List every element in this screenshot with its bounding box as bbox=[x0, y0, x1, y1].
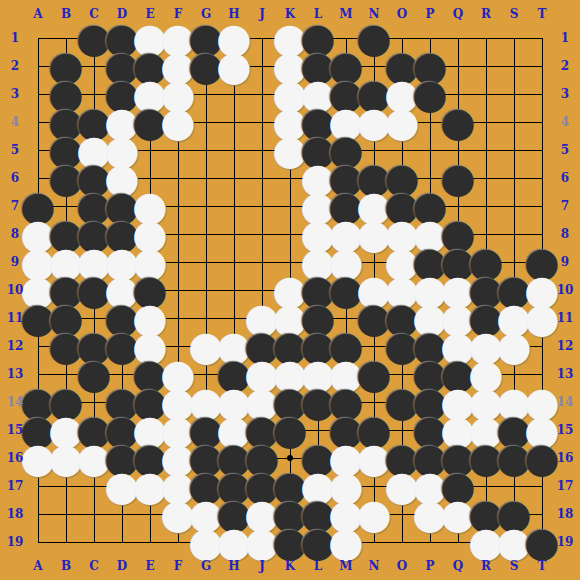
col-label-bottom-D: D bbox=[117, 559, 127, 573]
row-label-right-19: 19 bbox=[557, 535, 574, 549]
white-stone-O4[interactable]: ● bbox=[388, 108, 416, 136]
col-label-bottom-B: B bbox=[61, 559, 71, 573]
row-label-left-13: 13 bbox=[7, 367, 24, 381]
col-label-top-A: A bbox=[33, 7, 42, 21]
row-label-right-18: 18 bbox=[557, 507, 574, 521]
row-label-left-10: 10 bbox=[7, 283, 24, 297]
white-stone-F4[interactable]: ● bbox=[164, 108, 192, 136]
row-label-right-13: 13 bbox=[557, 367, 574, 381]
black-stone-T19[interactable]: ● bbox=[528, 528, 556, 556]
row-label-left-14: 14 bbox=[7, 395, 24, 409]
col-label-top-F: F bbox=[174, 7, 183, 21]
row-label-left-3: 3 bbox=[11, 87, 19, 101]
white-stone-H2[interactable]: ● bbox=[220, 52, 248, 80]
white-stone-M19[interactable]: ● bbox=[332, 528, 360, 556]
row-label-right-9: 9 bbox=[561, 255, 569, 269]
row-label-right-12: 12 bbox=[557, 339, 574, 353]
row-label-right-2: 2 bbox=[561, 59, 569, 73]
col-label-top-G: G bbox=[201, 7, 211, 21]
col-label-top-R: R bbox=[481, 7, 491, 21]
col-label-top-H: H bbox=[228, 7, 239, 21]
col-label-bottom-A: A bbox=[33, 559, 42, 573]
col-label-bottom-H: H bbox=[228, 559, 239, 573]
col-label-top-C: C bbox=[89, 7, 99, 21]
col-label-bottom-T: T bbox=[538, 559, 547, 573]
go-board[interactable]: ●●●●●●●●●●●●●●●●●●●●●●●●●●●●●●●●●●●●●●●●… bbox=[0, 0, 580, 580]
row-label-left-1: 1 bbox=[11, 31, 19, 45]
col-label-bottom-K: K bbox=[285, 559, 295, 573]
row-label-left-5: 5 bbox=[11, 143, 19, 157]
col-label-top-N: N bbox=[369, 7, 380, 21]
col-label-top-J: J bbox=[259, 7, 265, 21]
row-label-left-2: 2 bbox=[11, 59, 19, 73]
black-stone-Q6[interactable]: ● bbox=[444, 164, 472, 192]
col-label-bottom-S: S bbox=[510, 559, 519, 573]
col-label-bottom-O: O bbox=[397, 559, 407, 573]
row-label-right-17: 17 bbox=[557, 479, 574, 493]
row-label-left-7: 7 bbox=[11, 199, 19, 213]
star-point-K16 bbox=[287, 455, 293, 461]
col-label-bottom-P: P bbox=[425, 559, 434, 573]
row-label-left-16: 16 bbox=[7, 451, 24, 465]
row-label-right-14: 14 bbox=[557, 395, 574, 409]
row-label-right-6: 6 bbox=[561, 171, 569, 185]
col-label-top-E: E bbox=[145, 7, 154, 21]
col-label-bottom-E: E bbox=[145, 559, 154, 573]
col-label-bottom-R: R bbox=[481, 559, 491, 573]
row-label-left-9: 9 bbox=[11, 255, 19, 269]
col-label-top-P: P bbox=[425, 7, 434, 21]
row-label-left-18: 18 bbox=[7, 507, 24, 521]
col-label-top-S: S bbox=[510, 7, 519, 21]
row-label-right-1: 1 bbox=[561, 31, 569, 45]
row-label-left-11: 11 bbox=[7, 311, 24, 325]
col-label-top-Q: Q bbox=[453, 7, 463, 21]
row-label-right-4: 4 bbox=[561, 115, 569, 129]
col-label-top-D: D bbox=[117, 7, 127, 21]
col-label-bottom-F: F bbox=[174, 559, 183, 573]
col-label-top-L: L bbox=[314, 7, 322, 21]
white-stone-N18[interactable]: ● bbox=[360, 500, 388, 528]
col-label-top-B: B bbox=[61, 7, 71, 21]
row-label-right-10: 10 bbox=[557, 283, 574, 297]
col-label-bottom-G: G bbox=[201, 559, 211, 573]
row-label-left-12: 12 bbox=[7, 339, 24, 353]
col-label-top-O: O bbox=[397, 7, 407, 21]
row-label-left-4: 4 bbox=[11, 115, 19, 129]
col-label-bottom-N: N bbox=[369, 559, 380, 573]
row-label-left-17: 17 bbox=[7, 479, 24, 493]
black-stone-Q4[interactable]: ● bbox=[444, 108, 472, 136]
row-label-right-16: 16 bbox=[557, 451, 574, 465]
col-label-bottom-Q: Q bbox=[453, 559, 463, 573]
row-label-left-6: 6 bbox=[11, 171, 19, 185]
col-label-top-M: M bbox=[339, 7, 352, 21]
col-label-bottom-M: M bbox=[339, 559, 352, 573]
black-stone-T16[interactable]: ● bbox=[528, 444, 556, 472]
col-label-top-T: T bbox=[538, 7, 547, 21]
row-label-right-7: 7 bbox=[561, 199, 569, 213]
row-label-right-8: 8 bbox=[561, 227, 569, 241]
row-label-left-8: 8 bbox=[11, 227, 19, 241]
white-stone-T11[interactable]: ● bbox=[528, 304, 556, 332]
row-label-left-19: 19 bbox=[7, 535, 24, 549]
col-label-bottom-L: L bbox=[314, 559, 322, 573]
row-label-right-11: 11 bbox=[557, 311, 574, 325]
row-label-left-15: 15 bbox=[7, 423, 24, 437]
row-label-right-3: 3 bbox=[561, 87, 569, 101]
col-label-bottom-C: C bbox=[89, 559, 99, 573]
col-label-top-K: K bbox=[285, 7, 295, 21]
row-label-right-15: 15 bbox=[557, 423, 574, 437]
white-stone-S12[interactable]: ● bbox=[500, 332, 528, 360]
col-label-bottom-J: J bbox=[259, 559, 265, 573]
row-label-right-5: 5 bbox=[561, 143, 569, 157]
